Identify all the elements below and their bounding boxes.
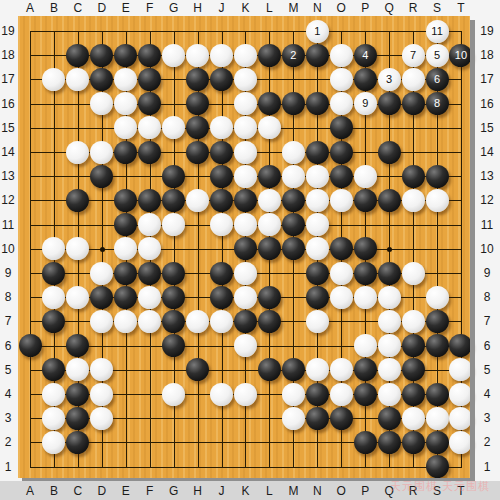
stone-white: [306, 237, 329, 260]
stone-black: [234, 189, 257, 212]
row-label-right: 11: [477, 218, 497, 232]
column-label-top: R: [405, 1, 421, 15]
stone-black: [66, 189, 89, 212]
column-label-top: T: [453, 1, 469, 15]
stone-white: [402, 189, 425, 212]
stone-white: [354, 286, 377, 309]
stone-black: [114, 141, 137, 164]
row-label-left: 8: [0, 290, 16, 304]
stone-white: [426, 286, 449, 309]
column-label-top: M: [285, 1, 301, 15]
stone-black: [90, 44, 113, 67]
stone-white: [114, 116, 137, 139]
stone-white: [90, 407, 113, 430]
move-number-label: 7: [410, 50, 416, 61]
stone-black: [306, 92, 329, 115]
column-label-bottom: K: [237, 484, 253, 498]
stone-white: [282, 407, 305, 430]
row-label-right: 12: [477, 193, 497, 207]
stone-black: [306, 286, 329, 309]
stone-white: [210, 213, 233, 236]
stone-black: [162, 334, 185, 357]
stone-black: [402, 165, 425, 188]
stone-white: [162, 116, 185, 139]
stone-black: [330, 116, 353, 139]
stone-white: [66, 358, 89, 381]
stone-black: [282, 92, 305, 115]
stone-white: [42, 383, 65, 406]
stone-white: [90, 92, 113, 115]
go-board[interactable]: 1112475103698: [18, 16, 470, 478]
stone-black: [234, 310, 257, 333]
stone-white: [306, 213, 329, 236]
stone-white: [234, 68, 257, 91]
stone-white: [42, 68, 65, 91]
stone-black: [186, 92, 209, 115]
row-label-left: 15: [0, 121, 16, 135]
stone-black-numbered: 6: [426, 68, 449, 91]
stone-black: [354, 262, 377, 285]
stone-white: [282, 383, 305, 406]
stone-white: [138, 213, 161, 236]
stone-white: [162, 213, 185, 236]
stone-black: [90, 165, 113, 188]
stone-black: [354, 358, 377, 381]
stone-black: [162, 310, 185, 333]
move-number-label: 8: [434, 98, 440, 109]
row-label-right: 1: [477, 460, 497, 474]
row-label-left: 16: [0, 97, 16, 111]
stone-black: [42, 262, 65, 285]
column-label-top: O: [333, 1, 349, 15]
row-label-left: 6: [0, 339, 16, 353]
column-label-top: D: [94, 1, 110, 15]
stone-black: [378, 141, 401, 164]
stone-black: [402, 334, 425, 357]
stone-white: [282, 141, 305, 164]
stone-white: [210, 116, 233, 139]
move-number-label: 6: [434, 74, 440, 85]
stone-black: [90, 286, 113, 309]
stone-white: [378, 383, 401, 406]
move-number-label: 9: [362, 98, 368, 109]
stone-black: [426, 455, 449, 478]
row-label-right: 13: [477, 169, 497, 183]
row-label-right: 15: [477, 121, 497, 135]
stone-white: [234, 334, 257, 357]
stone-black: [114, 262, 137, 285]
stone-white: [306, 165, 329, 188]
stone-black: [210, 189, 233, 212]
stone-black: [402, 92, 425, 115]
stone-black-numbered: 8: [426, 92, 449, 115]
stone-white: [426, 189, 449, 212]
column-label-bottom: C: [70, 484, 86, 498]
stone-white: [90, 141, 113, 164]
stone-white: [234, 286, 257, 309]
stone-white: [210, 44, 233, 67]
row-label-right: 5: [477, 363, 497, 377]
stone-black: [258, 286, 281, 309]
stone-white: [162, 44, 185, 67]
stone-black: [426, 165, 449, 188]
stone-white: [378, 286, 401, 309]
stone-white-numbered: 1: [306, 20, 329, 43]
row-label-left: 10: [0, 242, 16, 256]
stone-white: [234, 213, 257, 236]
hoshi-point: [100, 247, 105, 252]
stone-white-numbered: 9: [354, 92, 377, 115]
column-label-top: E: [118, 1, 134, 15]
stone-white: [42, 407, 65, 430]
stone-black: [210, 262, 233, 285]
row-label-left: 17: [0, 72, 16, 86]
column-label-top: K: [237, 1, 253, 15]
row-label-right: 16: [477, 97, 497, 111]
stone-black: [186, 116, 209, 139]
stone-white: [138, 286, 161, 309]
row-label-right: 8: [477, 290, 497, 304]
row-label-left: 9: [0, 266, 16, 280]
stone-black: [330, 407, 353, 430]
stone-black: [426, 431, 449, 454]
stone-black: [426, 334, 449, 357]
column-label-top: S: [429, 1, 445, 15]
stone-black: [258, 92, 281, 115]
stone-white: [306, 310, 329, 333]
stone-white: [114, 310, 137, 333]
move-number-label: 1: [314, 26, 320, 37]
stone-black: [282, 189, 305, 212]
stone-black: [258, 310, 281, 333]
stone-white: [330, 68, 353, 91]
stone-black: [162, 189, 185, 212]
stone-white: [234, 165, 257, 188]
stone-white: [186, 310, 209, 333]
stone-white: [114, 68, 137, 91]
stone-black: [378, 92, 401, 115]
stone-white: [234, 92, 257, 115]
stone-white: [306, 189, 329, 212]
stone-black: [19, 334, 42, 357]
column-label-bottom: L: [261, 484, 277, 498]
stone-black: [378, 407, 401, 430]
stone-black: [354, 431, 377, 454]
stone-white: [354, 334, 377, 357]
stone-white: [378, 310, 401, 333]
row-label-right: 3: [477, 411, 497, 425]
stone-white: [114, 92, 137, 115]
stone-white: [66, 286, 89, 309]
row-label-right: 9: [477, 266, 497, 280]
row-label-left: 5: [0, 363, 16, 377]
stone-white: [234, 116, 257, 139]
stone-black: [66, 383, 89, 406]
row-label-right: 17: [477, 72, 497, 86]
row-label-left: 1: [0, 460, 16, 474]
row-label-right: 10: [477, 242, 497, 256]
stone-white: [234, 262, 257, 285]
column-label-bottom: E: [118, 484, 134, 498]
stone-white: [402, 310, 425, 333]
stone-black: [162, 262, 185, 285]
column-label-bottom: A: [22, 484, 38, 498]
stone-black: [306, 141, 329, 164]
stone-white: [330, 189, 353, 212]
column-label-top: A: [22, 1, 38, 15]
stone-black-numbered: 4: [354, 44, 377, 67]
stone-black: [282, 213, 305, 236]
stone-black: [378, 262, 401, 285]
stone-black-numbered: 2: [282, 44, 305, 67]
stone-black: [210, 141, 233, 164]
stone-white: [66, 141, 89, 164]
stone-black: [114, 44, 137, 67]
board-shadow-right: [470, 20, 475, 482]
stone-white: [162, 383, 185, 406]
column-label-top: C: [70, 1, 86, 15]
stone-black: [354, 68, 377, 91]
stone-white-numbered: 7: [402, 44, 425, 67]
go-diagram: 1112475103698 AABBCCDDEEFFGGHHJJKKLLMMNN…: [0, 0, 500, 500]
stone-white: [42, 237, 65, 260]
stone-white: [234, 141, 257, 164]
stone-black: [306, 262, 329, 285]
stone-black: [66, 407, 89, 430]
stone-black: [66, 44, 89, 67]
stone-white: [186, 44, 209, 67]
column-label-top: B: [46, 1, 62, 15]
stone-black: [402, 358, 425, 381]
stone-white: [330, 92, 353, 115]
stone-white-numbered: 5: [426, 44, 449, 67]
stone-black: [330, 165, 353, 188]
stone-black: [138, 44, 161, 67]
stone-black: [210, 286, 233, 309]
stone-white: [66, 68, 89, 91]
column-label-top: P: [357, 1, 373, 15]
stone-white: [258, 116, 281, 139]
move-number-label: 2: [290, 50, 296, 61]
stone-black: [114, 286, 137, 309]
stone-black: [90, 68, 113, 91]
stone-black: [330, 237, 353, 260]
row-label-left: 11: [0, 218, 16, 232]
stone-black: [282, 237, 305, 260]
row-label-left: 4: [0, 387, 16, 401]
row-label-left: 3: [0, 411, 16, 425]
column-label-top: H: [190, 1, 206, 15]
stone-white: [330, 44, 353, 67]
stone-white: [186, 189, 209, 212]
column-label-top: F: [142, 1, 158, 15]
column-label-top: N: [309, 1, 325, 15]
row-label-right: 14: [477, 145, 497, 159]
stone-white: [378, 358, 401, 381]
column-label-top: J: [214, 1, 230, 15]
row-label-left: 12: [0, 193, 16, 207]
stone-white: [90, 358, 113, 381]
stone-white: [42, 431, 65, 454]
row-label-left: 14: [0, 145, 16, 159]
column-label-bottom: J: [214, 484, 230, 498]
stone-black: [306, 44, 329, 67]
stone-black: [138, 189, 161, 212]
grid-horizontal-line: [30, 467, 462, 468]
move-number-label: 3: [386, 74, 392, 85]
row-label-right: 7: [477, 314, 497, 328]
stone-white: [234, 383, 257, 406]
stone-white: [210, 383, 233, 406]
stone-white: [282, 165, 305, 188]
row-label-left: 7: [0, 314, 16, 328]
column-label-top: L: [261, 1, 277, 15]
row-label-right: 4: [477, 387, 497, 401]
stone-white-numbered: 3: [378, 68, 401, 91]
stone-black: [66, 334, 89, 357]
stone-black: [114, 213, 137, 236]
column-label-bottom: H: [190, 484, 206, 498]
stone-black: [138, 68, 161, 91]
stone-black: [354, 237, 377, 260]
stone-black: [186, 141, 209, 164]
stone-black: [426, 310, 449, 333]
stone-black: [162, 286, 185, 309]
stone-black: [282, 358, 305, 381]
stone-white: [138, 310, 161, 333]
stone-black: [258, 44, 281, 67]
stone-black: [402, 431, 425, 454]
stone-black: [138, 141, 161, 164]
stone-black: [138, 262, 161, 285]
move-number-label: 11: [431, 26, 442, 37]
stone-white: [138, 116, 161, 139]
move-number-label: 10: [455, 50, 467, 61]
stone-black: [378, 431, 401, 454]
stone-white: [90, 310, 113, 333]
stone-black: [354, 189, 377, 212]
stone-white: [330, 358, 353, 381]
stone-white: [90, 383, 113, 406]
stone-black: [162, 165, 185, 188]
stone-white: [378, 334, 401, 357]
stone-black: [258, 165, 281, 188]
stone-black: [114, 189, 137, 212]
hoshi-point: [387, 247, 392, 252]
row-label-right: 19: [477, 24, 497, 38]
stone-black: [42, 310, 65, 333]
stone-black: [66, 431, 89, 454]
stone-black: [354, 383, 377, 406]
stone-white: [234, 44, 257, 67]
stone-white: [138, 237, 161, 260]
stone-white: [330, 383, 353, 406]
stone-black: [234, 237, 257, 260]
stone-white: [402, 407, 425, 430]
column-label-bottom: D: [94, 484, 110, 498]
row-label-left: 2: [0, 435, 16, 449]
stone-black: [330, 141, 353, 164]
column-label-bottom: G: [166, 484, 182, 498]
stone-black: [258, 237, 281, 260]
stone-black: [210, 68, 233, 91]
column-label-top: G: [166, 1, 182, 15]
stone-white: [258, 213, 281, 236]
stone-black: [186, 68, 209, 91]
column-label-bottom: P: [357, 484, 373, 498]
stone-white: [354, 165, 377, 188]
stone-white: [306, 358, 329, 381]
stone-white: [402, 262, 425, 285]
row-label-right: 18: [477, 48, 497, 62]
column-label-bottom: F: [142, 484, 158, 498]
stone-black: [186, 358, 209, 381]
stone-white: [66, 237, 89, 260]
column-label-bottom: B: [46, 484, 62, 498]
row-label-left: 13: [0, 169, 16, 183]
stone-white: [330, 286, 353, 309]
stone-black: [306, 407, 329, 430]
stone-white-numbered: 11: [426, 20, 449, 43]
stone-black: [258, 358, 281, 381]
stone-white: [258, 189, 281, 212]
row-label-left: 19: [0, 24, 16, 38]
stone-white: [426, 407, 449, 430]
stone-black: [210, 165, 233, 188]
move-number-label: 5: [434, 50, 440, 61]
stone-black: [378, 189, 401, 212]
stone-white: [42, 286, 65, 309]
column-label-bottom: N: [309, 484, 325, 498]
row-label-left: 18: [0, 48, 16, 62]
stone-black: [42, 358, 65, 381]
stone-black: [426, 383, 449, 406]
row-label-right: 2: [477, 435, 497, 449]
stone-black: [402, 383, 425, 406]
stone-white: [402, 68, 425, 91]
column-label-top: Q: [381, 1, 397, 15]
stone-white: [330, 262, 353, 285]
stone-white: [210, 310, 233, 333]
stone-white: [114, 237, 137, 260]
move-number-label: 4: [362, 50, 368, 61]
stone-black: [138, 92, 161, 115]
row-label-right: 6: [477, 339, 497, 353]
column-label-bottom: O: [333, 484, 349, 498]
watermark-text: 天元围棋 天元围棋: [390, 479, 490, 494]
stone-black: [306, 383, 329, 406]
column-label-bottom: M: [285, 484, 301, 498]
stone-white: [90, 262, 113, 285]
